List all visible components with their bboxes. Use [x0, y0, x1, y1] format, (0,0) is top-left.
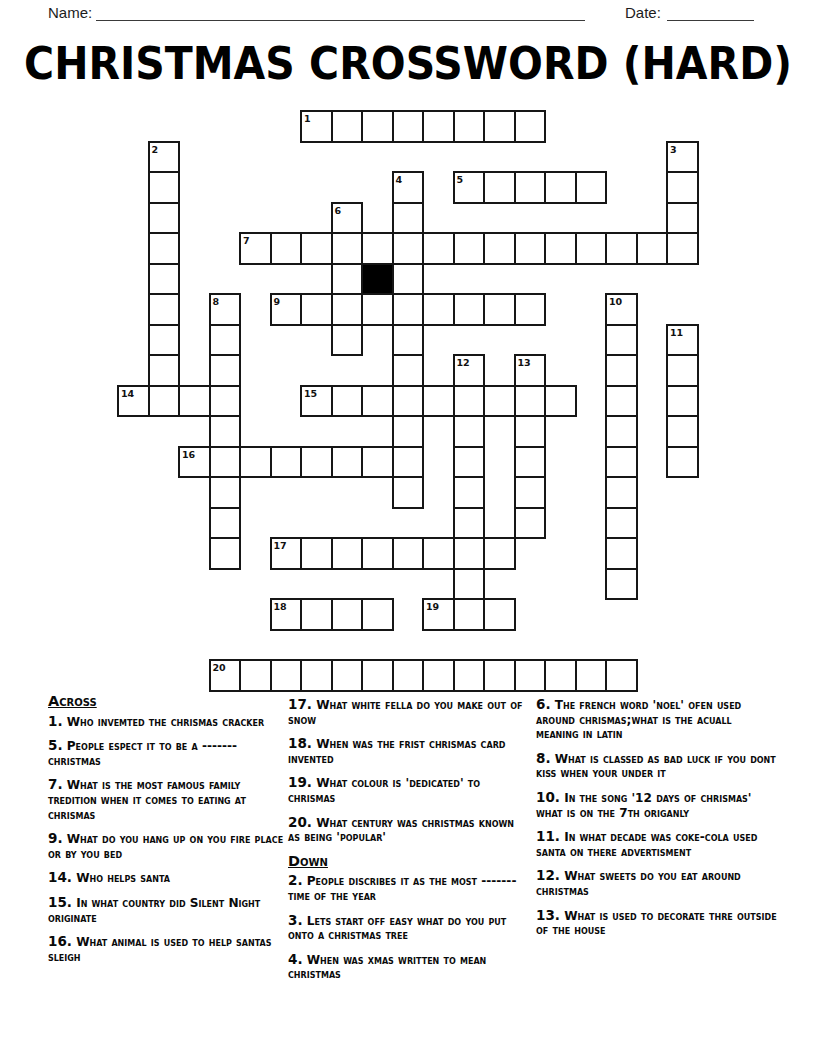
cell-number: 4 [396, 175, 403, 185]
grid-cell[interactable] [392, 324, 425, 357]
grid-cell[interactable] [483, 385, 516, 418]
grid-cell[interactable] [483, 232, 516, 265]
clue-across-15: 15. In what country did Silent Night ori… [48, 895, 286, 925]
clue-down-13: 13. What is used to decorate thre outsid… [536, 908, 778, 938]
grid-cell[interactable] [605, 324, 638, 357]
worksheet-page: Name: Date: CHRISTMAS CROSSWORD (HARD) 1… [0, 0, 816, 1056]
grid-cell[interactable] [209, 476, 242, 509]
grid-cell[interactable] [361, 293, 394, 326]
cell-number: 10 [609, 297, 622, 307]
grid-cell[interactable] [605, 232, 638, 265]
grid-cell[interactable] [605, 659, 638, 692]
grid-cell[interactable] [605, 568, 638, 601]
grid-cell[interactable] [300, 232, 333, 265]
grid-cell[interactable] [453, 537, 486, 570]
grid-cell[interactable] [148, 202, 181, 235]
grid-cell[interactable] [331, 110, 364, 143]
grid-cell[interactable] [575, 171, 608, 204]
cell-number: 20 [213, 663, 226, 673]
grid-cell[interactable] [666, 446, 699, 479]
clue-text: Who helps santa [76, 871, 170, 885]
grid-cell[interactable] [392, 537, 425, 570]
grid-cell[interactable] [514, 476, 547, 509]
grid-cell[interactable] [453, 110, 486, 143]
clue-number: 20. [288, 814, 312, 830]
grid-cell[interactable] [483, 598, 516, 631]
clue-text: In what country did Silent Night origina… [48, 896, 260, 925]
clue-text: What animal is used to help santas sleig… [48, 935, 272, 964]
grid-cell[interactable] [361, 110, 394, 143]
clue-down-8: 8. What is classed as bad luck if you do… [536, 751, 778, 781]
grid-cell[interactable] [453, 568, 486, 601]
grid-cell[interactable] [392, 385, 425, 418]
grid-cell[interactable] [361, 598, 394, 631]
grid-cell[interactable] [209, 415, 242, 448]
black-cell [361, 263, 394, 296]
grid-cell[interactable] [514, 171, 547, 204]
clue-down-10: 10. In the song '12 days of chrismas' wh… [536, 790, 778, 820]
grid-cell[interactable] [392, 202, 425, 235]
clue-number: 5. [48, 737, 63, 753]
date-label: Date: [625, 4, 661, 21]
grid-cell[interactable] [148, 293, 181, 326]
grid-cell[interactable] [453, 446, 486, 479]
grid-cell[interactable] [392, 415, 425, 448]
clue-text: When was the frist chrismas card invente… [288, 737, 506, 766]
grid-cell[interactable] [453, 659, 486, 692]
grid-cell[interactable] [331, 232, 364, 265]
clue-number: 7. [48, 776, 63, 792]
clue-across-18: 18. When was the frist chrismas card inv… [288, 736, 526, 766]
clue-text: When was xmas written to mean christmas [288, 953, 486, 982]
grid-cell[interactable] [331, 659, 364, 692]
grid-cell[interactable] [514, 385, 547, 418]
cell-number: 14 [121, 389, 134, 399]
cell-number: 1 [304, 114, 311, 124]
clue-across-17: 17. What white fella do you make out of … [288, 697, 526, 727]
grid-cell[interactable] [331, 324, 364, 357]
grid-cell[interactable] [605, 507, 638, 540]
grid-cell[interactable] [361, 385, 394, 418]
clue-down-12: 12. What sweets do you eat around christ… [536, 868, 778, 898]
grid-cell[interactable] [361, 537, 394, 570]
clue-text: What is used to decorate thre outside of… [536, 909, 777, 938]
grid-cell[interactable] [392, 293, 425, 326]
grid-cell[interactable] [605, 415, 638, 448]
clue-down-2: 2. People discribes it as the most -----… [288, 873, 526, 903]
clue-number: 16. [48, 933, 72, 949]
grid-cell[interactable] [148, 171, 181, 204]
grid-cell[interactable] [422, 293, 455, 326]
clue-column-down: 6. The french word 'noel' ofen used arou… [536, 697, 778, 947]
clue-column-middle: 17. What white fella do you make out of … [288, 697, 526, 991]
grid-cell[interactable] [575, 232, 608, 265]
grid-cell[interactable] [422, 110, 455, 143]
grid-cell[interactable] [331, 598, 364, 631]
name-label: Name: [48, 4, 92, 21]
clue-text: What white fella do you make out of snow [288, 698, 523, 727]
clue-across-7: 7. What is the most famous family tredit… [48, 777, 286, 822]
grid-cell[interactable] [514, 415, 547, 448]
grid-cell[interactable] [514, 659, 547, 692]
cell-number: 17 [274, 541, 287, 551]
grid-cell[interactable] [544, 659, 577, 692]
crossword-grid: 1234567891011121314151617181920 [118, 111, 700, 693]
clue-down-4: 4. When was xmas written to mean christm… [288, 952, 526, 982]
clue-across-16: 16. What animal is used to help santas s… [48, 934, 286, 964]
grid-cell[interactable] [514, 446, 547, 479]
clue-text: Lets start off easy what do you put onto… [288, 914, 506, 943]
grid-cell[interactable] [605, 385, 638, 418]
grid-cell[interactable] [544, 171, 577, 204]
grid-cell[interactable] [209, 507, 242, 540]
grid-cell[interactable] [666, 202, 699, 235]
grid-cell[interactable] [422, 537, 455, 570]
grid-cell[interactable] [514, 293, 547, 326]
grid-cell[interactable] [453, 598, 486, 631]
grid-cell[interactable] [209, 354, 242, 387]
clue-number: 18. [288, 735, 312, 751]
grid-cell[interactable] [453, 507, 486, 540]
cell-number: 7 [243, 236, 250, 246]
grid-cell[interactable] [270, 659, 303, 692]
clue-text: In the song '12 days of chrismas' what i… [536, 791, 752, 820]
clue-text: People espect it to be a ------- christm… [48, 739, 237, 768]
grid-cell[interactable] [422, 659, 455, 692]
grid-cell[interactable] [148, 263, 181, 296]
grid-cell[interactable] [605, 476, 638, 509]
grid-cell[interactable] [331, 537, 364, 570]
grid-cell[interactable] [270, 446, 303, 479]
clue-text: What century was christmas known as bein… [288, 816, 514, 845]
grid-cell[interactable] [453, 476, 486, 509]
clue-across-1: 1. Who invemted the chrismas cracker [48, 714, 286, 730]
clue-number: 2. [288, 872, 303, 888]
date-line[interactable] [667, 6, 754, 21]
grid-cell[interactable] [300, 537, 333, 570]
clue-down-11: 11. In what decade was coke-cola used sa… [536, 829, 778, 859]
grid-cell[interactable] [666, 385, 699, 418]
clue-number: 15. [48, 894, 72, 910]
grid-cell[interactable] [361, 659, 394, 692]
clue-number: 11. [536, 828, 560, 844]
down-heading: Down [288, 854, 526, 869]
clue-text: Who invemted the chrismas cracker [67, 715, 264, 729]
page-title: CHRISTMAS CROSSWORD (HARD) [0, 38, 816, 90]
grid-cell[interactable] [209, 385, 242, 418]
clue-column-across: Across 1. Who invemted the chrismas crac… [48, 694, 286, 973]
clue-text: People discribes it as the most ------- … [288, 874, 516, 903]
clue-across-19: 19. What colour is 'dedicated' to chrism… [288, 775, 526, 805]
cell-number: 15 [304, 389, 317, 399]
grid-cell[interactable] [605, 446, 638, 479]
grid-cell[interactable] [636, 232, 669, 265]
name-line[interactable] [96, 6, 585, 21]
clue-text: What is classed as bad luck if you dont … [536, 752, 776, 781]
clue-text: What do you hang up on you fire place or… [48, 832, 283, 861]
grid-cell[interactable] [209, 446, 242, 479]
grid-cell[interactable] [453, 385, 486, 418]
clue-number: 1. [48, 713, 63, 729]
clue-number: 14. [48, 869, 72, 885]
grid-cell[interactable] [300, 598, 333, 631]
grid-cell[interactable] [239, 659, 272, 692]
grid-cell[interactable] [605, 537, 638, 570]
clue-text: The french word 'noel' ofen used around … [536, 698, 741, 741]
grid-cell[interactable] [392, 476, 425, 509]
cell-number: 8 [213, 297, 220, 307]
grid-cell[interactable] [331, 293, 364, 326]
grid-cell[interactable] [300, 659, 333, 692]
clue-number: 13. [536, 907, 560, 923]
clue-number: 10. [536, 789, 560, 805]
grid-cell[interactable] [148, 232, 181, 265]
grid-cell[interactable] [422, 232, 455, 265]
grid-cell[interactable] [392, 263, 425, 296]
cell-number: 13 [518, 358, 531, 368]
grid-cell[interactable] [392, 354, 425, 387]
clue-number: 4. [288, 951, 303, 967]
grid-cell[interactable] [483, 659, 516, 692]
clue-number: 3. [288, 912, 303, 928]
cell-number: 6 [335, 206, 342, 216]
cell-number: 12 [457, 358, 470, 368]
grid-cell[interactable] [239, 446, 272, 479]
grid-cell[interactable] [453, 232, 486, 265]
clue-number: 6. [536, 696, 551, 712]
grid-cell[interactable] [514, 110, 547, 143]
grid-cell[interactable] [422, 385, 455, 418]
grid-cell[interactable] [209, 537, 242, 570]
grid-cell[interactable] [483, 293, 516, 326]
clue-across-14: 14. Who helps santa [48, 870, 286, 886]
cell-number: 11 [670, 328, 683, 338]
grid-cell[interactable] [392, 659, 425, 692]
grid-cell[interactable] [361, 232, 394, 265]
clue-number: 12. [536, 867, 560, 883]
clue-number: 19. [288, 774, 312, 790]
grid-cell[interactable] [483, 171, 516, 204]
grid-cell[interactable] [361, 446, 394, 479]
grid-cell[interactable] [300, 293, 333, 326]
grid-cell[interactable] [331, 385, 364, 418]
cell-number: 19 [426, 602, 439, 612]
grid-cell[interactable] [148, 354, 181, 387]
clue-across-5: 5. People espect it to be a ------- chri… [48, 738, 286, 768]
grid-cell[interactable] [331, 263, 364, 296]
grid-cell[interactable] [514, 232, 547, 265]
grid-cell[interactable] [331, 446, 364, 479]
grid-cell[interactable] [666, 415, 699, 448]
across-heading: Across [48, 694, 286, 709]
cell-number: 18 [274, 602, 287, 612]
clue-number: 8. [536, 750, 551, 766]
grid-cell[interactable] [209, 324, 242, 357]
grid-cell[interactable] [483, 537, 516, 570]
cell-number: 9 [274, 297, 281, 307]
grid-cell[interactable] [666, 354, 699, 387]
grid-cell[interactable] [544, 232, 577, 265]
grid-cell[interactable] [392, 446, 425, 479]
grid-cell[interactable] [483, 110, 516, 143]
clue-text: What sweets do you eat around christmas [536, 869, 741, 898]
clue-text: What is the most famous family tredition… [48, 778, 246, 821]
grid-cell[interactable] [453, 415, 486, 448]
grid-cell[interactable] [666, 171, 699, 204]
grid-cell[interactable] [270, 232, 303, 265]
grid-cell[interactable] [148, 324, 181, 357]
grid-cell[interactable] [544, 385, 577, 418]
grid-cell[interactable] [392, 110, 425, 143]
grid-cell[interactable] [178, 385, 211, 418]
clue-across-20: 20. What century was christmas known as … [288, 815, 526, 845]
grid-cell[interactable] [514, 507, 547, 540]
grid-cell[interactable] [575, 659, 608, 692]
clue-across-9: 9. What do you hang up on you fire place… [48, 831, 286, 861]
grid-cell[interactable] [605, 354, 638, 387]
cell-number: 5 [457, 175, 464, 185]
cell-number: 16 [182, 450, 195, 460]
clue-down-3: 3. Lets start off easy what do you put o… [288, 913, 526, 943]
cell-number: 3 [670, 145, 677, 155]
grid-cell[interactable] [148, 385, 181, 418]
clue-text: What colour is 'dedicated' to chrismas [288, 776, 480, 805]
cell-number: 2 [152, 145, 159, 155]
clue-number: 17. [288, 696, 312, 712]
clue-text: In what decade was coke-cola used santa … [536, 830, 757, 859]
grid-cell[interactable] [300, 446, 333, 479]
grid-cell[interactable] [392, 232, 425, 265]
grid-cell[interactable] [453, 293, 486, 326]
clue-down-6: 6. The french word 'noel' ofen used arou… [536, 697, 778, 742]
clue-number: 9. [48, 830, 63, 846]
grid-cell[interactable] [666, 232, 699, 265]
